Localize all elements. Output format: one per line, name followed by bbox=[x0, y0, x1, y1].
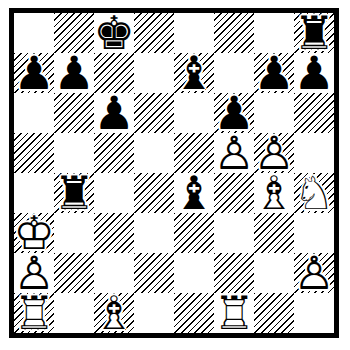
square-b6[interactable] bbox=[54, 93, 94, 133]
square-d1[interactable] bbox=[134, 293, 174, 333]
square-d6[interactable] bbox=[134, 93, 174, 133]
square-b2[interactable] bbox=[54, 253, 94, 293]
square-e6[interactable] bbox=[174, 93, 214, 133]
square-f5[interactable]: ♟♙ bbox=[214, 133, 254, 173]
square-f1[interactable]: ♜♖ bbox=[214, 293, 254, 333]
piece-glyph: ♟ bbox=[54, 53, 94, 93]
piece-glyph: ♟ bbox=[14, 53, 54, 93]
piece-white-knight-h4[interactable]: ♞♘ bbox=[294, 173, 334, 213]
square-d5[interactable] bbox=[134, 133, 174, 173]
piece-black-pawn-a7[interactable]: ♟♟ bbox=[14, 53, 54, 93]
piece-glyph: ♟ bbox=[94, 93, 134, 133]
piece-glyph: ♟ bbox=[254, 53, 294, 93]
piece-glyph: ♙ bbox=[294, 253, 334, 293]
piece-black-king-c8[interactable]: ♚♚ bbox=[94, 13, 134, 53]
square-f4[interactable] bbox=[214, 173, 254, 213]
square-b1[interactable] bbox=[54, 293, 94, 333]
piece-glyph: ♚ bbox=[94, 13, 134, 53]
square-h2[interactable]: ♟♙ bbox=[294, 253, 334, 293]
piece-glyph: ♖ bbox=[214, 293, 254, 333]
square-a7[interactable]: ♟♟ bbox=[14, 53, 54, 93]
square-e4[interactable]: ♝♝ bbox=[174, 173, 214, 213]
square-g2[interactable] bbox=[254, 253, 294, 293]
piece-glyph: ♙ bbox=[214, 133, 254, 173]
chess-board: ♚♚♜♜♟♟♟♟♝♝♟♟♟♟♟♟♟♟♟♙♟♙♜♜♝♝♝♗♞♘♚♔♟♙♟♙♜♖♝♗… bbox=[14, 13, 334, 333]
piece-black-bishop-e7[interactable]: ♝♝ bbox=[174, 53, 214, 93]
piece-black-rook-b4[interactable]: ♜♜ bbox=[54, 173, 94, 213]
piece-black-pawn-b7[interactable]: ♟♟ bbox=[54, 53, 94, 93]
square-g3[interactable] bbox=[254, 213, 294, 253]
square-b3[interactable] bbox=[54, 213, 94, 253]
piece-white-rook-a1[interactable]: ♜♖ bbox=[14, 293, 54, 333]
square-c6[interactable]: ♟♟ bbox=[94, 93, 134, 133]
square-h1[interactable] bbox=[294, 293, 334, 333]
piece-glyph: ♗ bbox=[254, 173, 294, 213]
piece-glyph: ♘ bbox=[294, 173, 334, 213]
square-a5[interactable] bbox=[14, 133, 54, 173]
piece-white-bishop-c1[interactable]: ♝♗ bbox=[94, 293, 134, 333]
square-h7[interactable]: ♟♟ bbox=[294, 53, 334, 93]
piece-black-pawn-c6[interactable]: ♟♟ bbox=[94, 93, 134, 133]
square-d3[interactable] bbox=[134, 213, 174, 253]
square-d7[interactable] bbox=[134, 53, 174, 93]
square-f8[interactable] bbox=[214, 13, 254, 53]
square-g4[interactable]: ♝♗ bbox=[254, 173, 294, 213]
piece-glyph: ♜ bbox=[54, 173, 94, 213]
square-d8[interactable] bbox=[134, 13, 174, 53]
piece-glyph: ♝ bbox=[174, 53, 214, 93]
square-d4[interactable] bbox=[134, 173, 174, 213]
square-e7[interactable]: ♝♝ bbox=[174, 53, 214, 93]
square-c5[interactable] bbox=[94, 133, 134, 173]
piece-white-rook-f1[interactable]: ♜♖ bbox=[214, 293, 254, 333]
piece-glyph: ♗ bbox=[94, 293, 134, 333]
square-g1[interactable] bbox=[254, 293, 294, 333]
square-f3[interactable] bbox=[214, 213, 254, 253]
square-g7[interactable]: ♟♟ bbox=[254, 53, 294, 93]
chess-diagram-page: ♚♚♜♜♟♟♟♟♝♝♟♟♟♟♟♟♟♟♟♙♟♙♜♜♝♝♝♗♞♘♚♔♟♙♟♙♜♖♝♗… bbox=[0, 0, 350, 350]
piece-white-pawn-h2[interactable]: ♟♙ bbox=[294, 253, 334, 293]
piece-black-bishop-e4[interactable]: ♝♝ bbox=[174, 173, 214, 213]
piece-black-pawn-h7[interactable]: ♟♟ bbox=[294, 53, 334, 93]
piece-black-pawn-g7[interactable]: ♟♟ bbox=[254, 53, 294, 93]
square-a6[interactable] bbox=[14, 93, 54, 133]
board-frame: ♚♚♜♜♟♟♟♟♝♝♟♟♟♟♟♟♟♟♟♙♟♙♜♜♝♝♝♗♞♘♚♔♟♙♟♙♜♖♝♗… bbox=[9, 8, 339, 338]
piece-white-bishop-g4[interactable]: ♝♗ bbox=[254, 173, 294, 213]
square-e3[interactable] bbox=[174, 213, 214, 253]
piece-glyph: ♟ bbox=[294, 53, 334, 93]
square-c1[interactable]: ♝♗ bbox=[94, 293, 134, 333]
square-e2[interactable] bbox=[174, 253, 214, 293]
piece-glyph: ♝ bbox=[174, 173, 214, 213]
square-h6[interactable] bbox=[294, 93, 334, 133]
square-c4[interactable] bbox=[94, 173, 134, 213]
piece-glyph: ♖ bbox=[14, 293, 54, 333]
square-c8[interactable]: ♚♚ bbox=[94, 13, 134, 53]
square-e1[interactable] bbox=[174, 293, 214, 333]
piece-white-pawn-f5[interactable]: ♟♙ bbox=[214, 133, 254, 173]
square-b4[interactable]: ♜♜ bbox=[54, 173, 94, 213]
square-c3[interactable] bbox=[94, 213, 134, 253]
square-a1[interactable]: ♜♖ bbox=[14, 293, 54, 333]
square-b7[interactable]: ♟♟ bbox=[54, 53, 94, 93]
square-h4[interactable]: ♞♘ bbox=[294, 173, 334, 213]
square-d2[interactable] bbox=[134, 253, 174, 293]
